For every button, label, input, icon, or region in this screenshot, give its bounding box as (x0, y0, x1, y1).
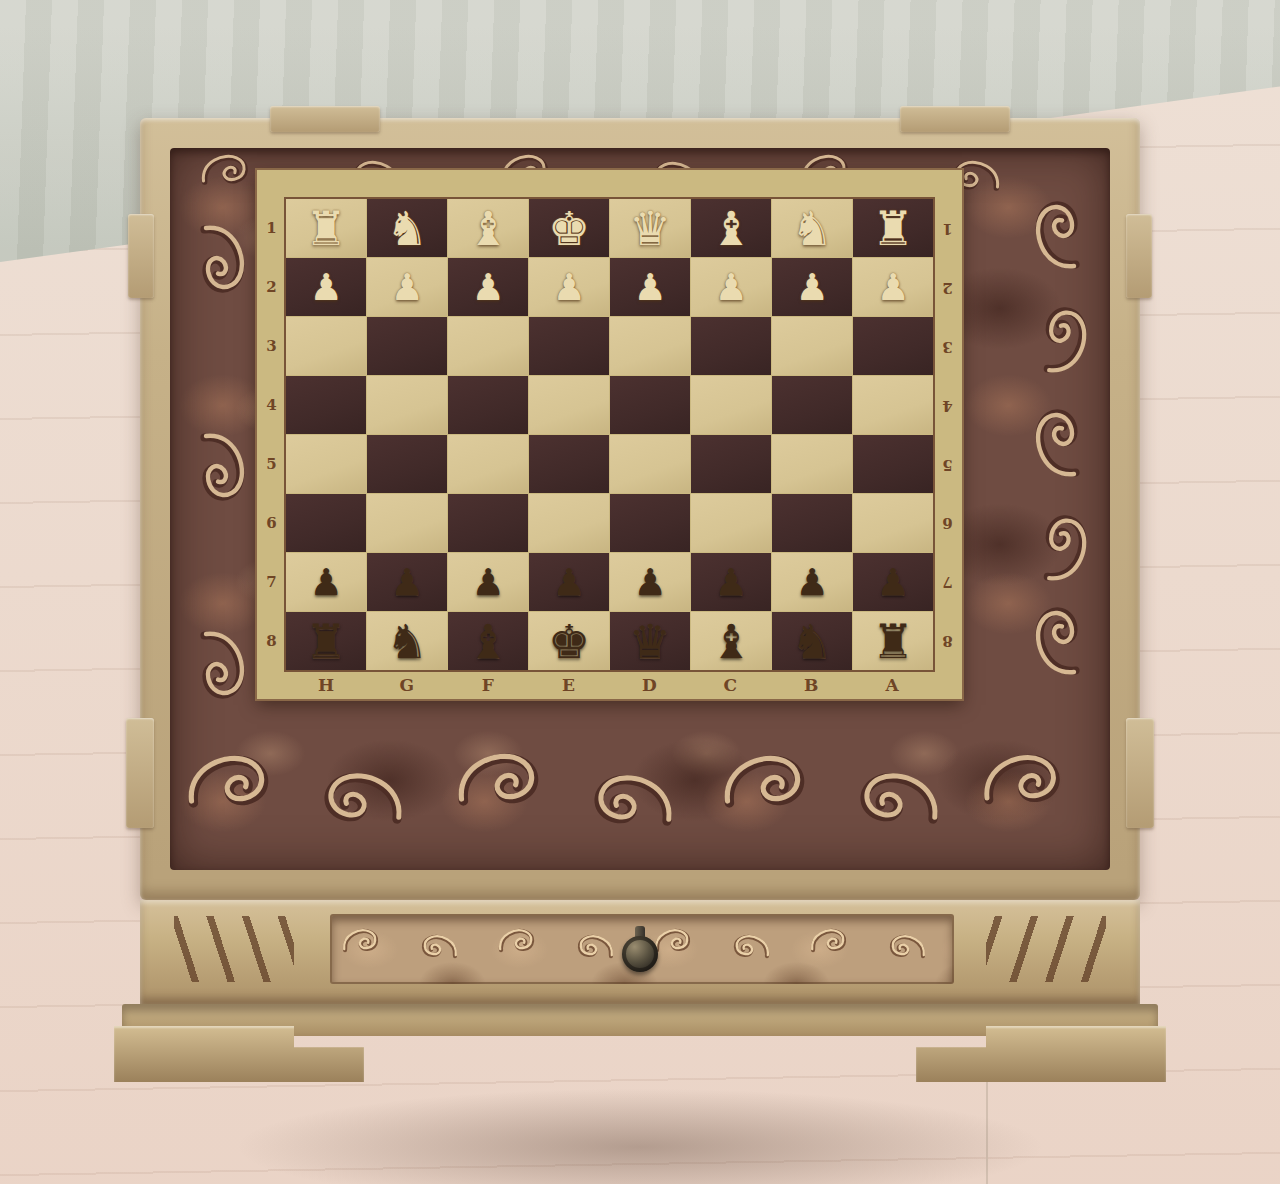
file-label-a: A (852, 670, 933, 699)
front-grooves-right (986, 916, 1106, 982)
square-a4[interactable] (853, 376, 933, 434)
square-h2[interactable]: ♟ (286, 258, 366, 316)
black-queen: ♛ (629, 618, 671, 665)
carving-swirl (198, 428, 254, 508)
square-f5[interactable] (448, 435, 528, 493)
carving-swirl (198, 148, 253, 187)
square-h1[interactable]: ♜ (286, 199, 366, 257)
square-d2[interactable]: ♟ (610, 258, 690, 316)
rank-label-4: 4 (933, 376, 962, 435)
file-label-e: E (529, 670, 610, 699)
square-e5[interactable] (529, 435, 609, 493)
drawer-knob[interactable] (622, 936, 658, 972)
white-pawn: ♟ (309, 269, 342, 306)
square-b2[interactable]: ♟ (772, 258, 852, 316)
box-corner-step (900, 106, 1010, 132)
box-corner-step (126, 718, 154, 828)
rank-label-1: 1 (257, 199, 286, 258)
white-knight: ♞ (386, 205, 428, 252)
box-edge-step (128, 214, 154, 298)
square-d7[interactable]: ♟ (610, 553, 690, 611)
white-pawn: ♟ (633, 269, 666, 306)
rank-label-6: 6 (257, 493, 286, 552)
carving-swirl (852, 762, 944, 826)
carving-swirl (1041, 508, 1096, 586)
box-corner-step (1126, 718, 1154, 828)
white-pawn: ♟ (714, 269, 747, 306)
square-c7[interactable]: ♟ (691, 553, 771, 611)
carving-swirl (316, 762, 408, 826)
rank-labels-left: 12345678 (257, 199, 286, 670)
square-f8[interactable]: ♝ (448, 612, 528, 670)
square-g7[interactable]: ♟ (367, 553, 447, 611)
square-b7[interactable]: ♟ (772, 553, 852, 611)
black-rook: ♜ (305, 618, 347, 665)
file-label-h: H (286, 670, 367, 699)
square-d8[interactable]: ♛ (610, 612, 690, 670)
square-d3[interactable] (610, 317, 690, 375)
rank-label-5: 5 (933, 435, 962, 494)
square-g1[interactable]: ♞ (367, 199, 447, 257)
rank-label-7: 7 (933, 552, 962, 611)
black-pawn: ♟ (552, 564, 585, 601)
black-pawn: ♟ (633, 564, 666, 601)
rank-label-8: 8 (933, 611, 962, 670)
square-f4[interactable] (448, 376, 528, 434)
white-bishop: ♝ (710, 205, 752, 252)
rank-label-5: 5 (257, 435, 286, 494)
square-f1[interactable]: ♝ (448, 199, 528, 257)
black-bishop: ♝ (467, 618, 509, 665)
square-h8[interactable]: ♜ (286, 612, 366, 670)
carving-swirl (1026, 402, 1082, 482)
rank-labels-right: 12345678 (933, 199, 962, 670)
black-pawn: ♟ (795, 564, 828, 601)
square-h6[interactable] (286, 494, 366, 552)
file-label-c: C (690, 670, 771, 699)
carving-swirl (586, 764, 678, 828)
carving-swirl (808, 924, 850, 953)
square-c6[interactable] (691, 494, 771, 552)
rank-label-6: 6 (933, 493, 962, 552)
square-a7[interactable]: ♟ (853, 553, 933, 611)
black-pawn: ♟ (714, 564, 747, 601)
square-d1[interactable]: ♛ (610, 199, 690, 257)
carving-swirl (1026, 194, 1082, 274)
black-king: ♚ (548, 618, 590, 665)
carving-swirl (574, 930, 616, 959)
black-pawn: ♟ (390, 564, 423, 601)
rank-label-2: 2 (257, 258, 286, 317)
square-e4[interactable] (529, 376, 609, 434)
square-h5[interactable] (286, 435, 366, 493)
square-g8[interactable]: ♞ (367, 612, 447, 670)
square-e3[interactable] (529, 317, 609, 375)
square-a8[interactable]: ♜ (853, 612, 933, 670)
black-bishop: ♝ (710, 618, 752, 665)
rank-label-7: 7 (257, 552, 286, 611)
rank-label-4: 4 (257, 376, 286, 435)
rank-label-3: 3 (257, 317, 286, 376)
square-b3[interactable] (772, 317, 852, 375)
square-b4[interactable] (772, 376, 852, 434)
square-e6[interactable] (529, 494, 609, 552)
box-edge-step (1126, 214, 1152, 298)
square-g4[interactable] (367, 376, 447, 434)
box-top-surface: 12345678 12345678 HGFEDCBA ♜♞♝♚♛♝♞♜♟♟♟♟♟… (140, 118, 1140, 900)
file-label-g: G (367, 670, 448, 699)
front-grooves-left (174, 916, 294, 982)
square-e2[interactable]: ♟ (529, 258, 609, 316)
square-c5[interactable] (691, 435, 771, 493)
black-knight: ♞ (791, 618, 833, 665)
square-b5[interactable] (772, 435, 852, 493)
carving-swirl (886, 930, 928, 959)
carving-swirl (182, 744, 277, 811)
black-rook: ♜ (872, 618, 914, 665)
file-labels-bottom: HGFEDCBA (286, 670, 933, 699)
carving-swirl (340, 924, 382, 953)
white-pawn: ♟ (471, 269, 504, 306)
square-d6[interactable] (610, 494, 690, 552)
square-h7[interactable]: ♟ (286, 553, 366, 611)
carving-swirl (1041, 300, 1096, 378)
square-b8[interactable]: ♞ (772, 612, 852, 670)
white-bishop: ♝ (467, 205, 509, 252)
black-knight: ♞ (386, 618, 428, 665)
carving-swirl (496, 924, 538, 953)
black-pawn: ♟ (876, 564, 909, 601)
page-root: { "game": "chess", "scene_title": "Carve… (0, 0, 1280, 1184)
white-pawn: ♟ (552, 269, 585, 306)
white-queen: ♛ (629, 205, 671, 252)
rank-label-8: 8 (257, 611, 286, 670)
square-c8[interactable]: ♝ (691, 612, 771, 670)
carving-swirl (730, 930, 772, 959)
square-f2[interactable]: ♟ (448, 258, 528, 316)
square-g6[interactable] (367, 494, 447, 552)
square-a6[interactable] (853, 494, 933, 552)
square-g2[interactable]: ♟ (367, 258, 447, 316)
carving-swirl (652, 924, 694, 953)
square-g5[interactable] (367, 435, 447, 493)
carving-swirl (718, 744, 813, 811)
square-h4[interactable] (286, 376, 366, 434)
square-b6[interactable] (772, 494, 852, 552)
white-pawn: ♟ (795, 269, 828, 306)
square-c3[interactable] (691, 317, 771, 375)
black-pawn: ♟ (471, 564, 504, 601)
chess-box: 12345678 12345678 HGFEDCBA ♜♞♝♚♛♝♞♜♟♟♟♟♟… (140, 118, 1140, 900)
white-rook: ♜ (872, 205, 914, 252)
box-corner-step (270, 106, 380, 132)
carving-swirl (418, 930, 460, 959)
square-h3[interactable] (286, 317, 366, 375)
file-label-f: F (448, 670, 529, 699)
file-label-b: B (771, 670, 852, 699)
square-f6[interactable] (448, 494, 528, 552)
chess-board: 12345678 12345678 HGFEDCBA ♜♞♝♚♛♝♞♜♟♟♟♟♟… (257, 170, 962, 699)
square-f7[interactable]: ♟ (448, 553, 528, 611)
carving-swirl (452, 742, 547, 809)
carving-swirl (198, 220, 254, 300)
square-a1[interactable]: ♜ (853, 199, 933, 257)
squares-grid: ♜♞♝♚♛♝♞♜♟♟♟♟♟♟♟♟♟♟♟♟♟♟♟♟♜♞♝♚♛♝♞♜ (286, 199, 933, 670)
square-d4[interactable] (610, 376, 690, 434)
square-b1[interactable]: ♞ (772, 199, 852, 257)
white-pawn: ♟ (876, 269, 909, 306)
square-e8[interactable]: ♚ (529, 612, 609, 670)
square-a2[interactable]: ♟ (853, 258, 933, 316)
white-knight: ♞ (791, 205, 833, 252)
file-label-d: D (610, 670, 691, 699)
square-g3[interactable] (367, 317, 447, 375)
square-f3[interactable] (448, 317, 528, 375)
square-e1[interactable]: ♚ (529, 199, 609, 257)
square-c1[interactable]: ♝ (691, 199, 771, 257)
square-a5[interactable] (853, 435, 933, 493)
square-a3[interactable] (853, 317, 933, 375)
rank-label-3: 3 (933, 317, 962, 376)
carving-swirl (198, 626, 254, 706)
white-king: ♚ (548, 205, 590, 252)
square-d5[interactable] (610, 435, 690, 493)
square-c2[interactable]: ♟ (691, 258, 771, 316)
square-c4[interactable] (691, 376, 771, 434)
white-pawn: ♟ (390, 269, 423, 306)
square-e7[interactable]: ♟ (529, 553, 609, 611)
rank-label-2: 2 (933, 258, 962, 317)
rank-label-1: 1 (933, 199, 962, 258)
carving-swirl (978, 744, 1068, 807)
carving-swirl (1026, 600, 1082, 680)
box-front-face (140, 900, 1140, 1004)
black-pawn: ♟ (309, 564, 342, 601)
white-rook: ♜ (305, 205, 347, 252)
